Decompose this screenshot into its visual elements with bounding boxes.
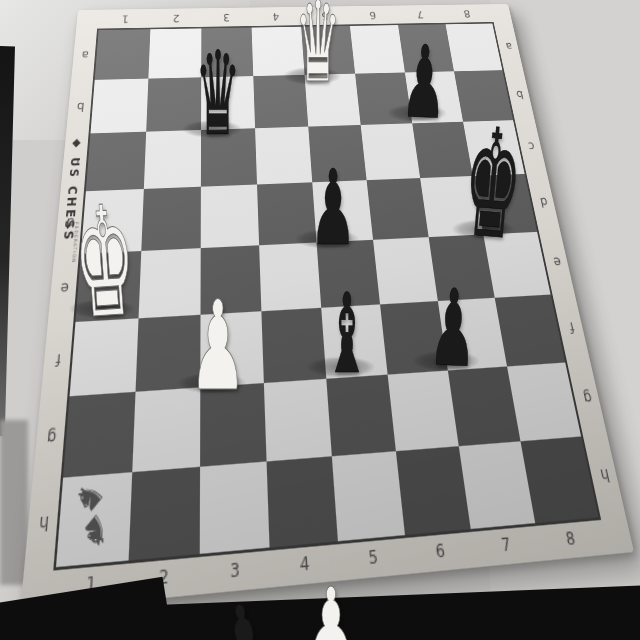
coord-right-file-b: b xyxy=(510,87,530,102)
background-shadow-strip xyxy=(0,46,15,436)
coord-left-file-b: b xyxy=(71,98,91,115)
coord-right-file-g: g xyxy=(575,386,599,410)
coord-top-rank-7: 7 xyxy=(411,7,429,21)
square-g3 xyxy=(200,383,267,467)
square-f5 xyxy=(321,304,387,378)
square-e3 xyxy=(201,245,262,314)
square-h4 xyxy=(267,456,338,547)
coord-right-file-d: d xyxy=(533,193,554,211)
square-d5 xyxy=(312,180,373,242)
square-c3 xyxy=(201,128,257,186)
square-g5 xyxy=(326,375,396,457)
square-a1 xyxy=(95,29,151,80)
square-c8 xyxy=(463,120,525,176)
square-a2 xyxy=(148,28,201,78)
square-f1 xyxy=(70,318,139,396)
square-g6 xyxy=(388,371,459,452)
coord-top-rank-3: 3 xyxy=(218,10,235,24)
board-grid xyxy=(56,24,598,568)
square-e2 xyxy=(139,248,201,318)
square-c2 xyxy=(144,130,201,189)
square-a6 xyxy=(350,25,405,74)
square-a5 xyxy=(301,26,355,75)
square-b2 xyxy=(146,77,201,131)
square-f3 xyxy=(200,311,264,387)
square-h6 xyxy=(396,446,471,535)
coord-left-file-h: h xyxy=(31,508,57,537)
square-a3 xyxy=(201,28,253,78)
square-f8 xyxy=(495,295,566,367)
square-h2 xyxy=(129,467,200,561)
coord-top-rank-2: 2 xyxy=(168,11,185,25)
photo-of-chess-board: { "game": "chess", "scene": "overhead ph… xyxy=(0,0,640,640)
square-f6 xyxy=(380,301,448,375)
coord-bottom-rank-3: 3 xyxy=(223,556,247,586)
coord-bottom-rank-5: 5 xyxy=(361,543,386,572)
square-b7 xyxy=(405,71,463,123)
coord-bottom-rank-4: 4 xyxy=(293,549,317,579)
square-b3 xyxy=(201,76,255,130)
coord-right-file-h: h xyxy=(592,462,618,488)
coord-top-rank-4: 4 xyxy=(267,9,284,23)
square-f2 xyxy=(136,315,201,392)
coord-bottom-rank-7: 7 xyxy=(493,531,519,559)
coord-left-file-a: a xyxy=(76,47,95,62)
coord-bottom-rank-8: 8 xyxy=(558,525,584,553)
coord-right-file-a: a xyxy=(500,39,519,53)
coord-top-rank-1: 1 xyxy=(116,12,134,26)
square-d3 xyxy=(201,184,259,248)
coord-left-file-g: g xyxy=(39,424,64,450)
coord-bottom-rank-6: 6 xyxy=(428,537,454,566)
square-d2 xyxy=(141,187,201,251)
square-h3 xyxy=(200,461,270,553)
coord-top-rank-5: 5 xyxy=(316,9,333,23)
square-e4 xyxy=(259,243,321,312)
square-e6 xyxy=(373,237,438,304)
square-c1 xyxy=(86,132,146,192)
square-e8 xyxy=(483,232,550,298)
square-h8 xyxy=(520,436,598,523)
square-h5 xyxy=(332,451,405,541)
square-d6 xyxy=(367,178,429,240)
square-g4 xyxy=(264,379,332,462)
square-d4 xyxy=(257,182,317,245)
square-e1 xyxy=(75,251,141,322)
square-d1 xyxy=(81,189,144,254)
square-a8 xyxy=(446,24,503,72)
square-c5 xyxy=(308,125,366,182)
square-a7 xyxy=(398,24,454,72)
square-f4 xyxy=(261,308,326,383)
square-b6 xyxy=(355,72,412,124)
square-c4 xyxy=(255,127,312,185)
square-g1 xyxy=(63,392,135,478)
coord-top-rank-8: 8 xyxy=(458,7,476,21)
background-table-left xyxy=(0,420,28,585)
us-chess-logo-icon: ◆ xyxy=(69,135,84,151)
square-c6 xyxy=(361,123,420,180)
square-b4 xyxy=(253,75,308,128)
square-a4 xyxy=(252,27,305,76)
square-b1 xyxy=(90,79,148,134)
square-g2 xyxy=(132,387,200,472)
square-g8 xyxy=(507,363,581,442)
square-b8 xyxy=(454,70,513,122)
coord-top-rank-6: 6 xyxy=(364,8,382,22)
coord-right-file-c: c xyxy=(521,138,541,155)
square-b5 xyxy=(305,74,361,127)
coord-right-file-f: f xyxy=(560,316,583,338)
us-chess-corner-logo-icon: ♞ ♞ xyxy=(56,472,132,567)
coord-left-file-f: f xyxy=(46,347,70,371)
square-e5 xyxy=(317,240,380,308)
square-d8 xyxy=(473,174,537,235)
coord-right-file-e: e xyxy=(546,252,568,272)
